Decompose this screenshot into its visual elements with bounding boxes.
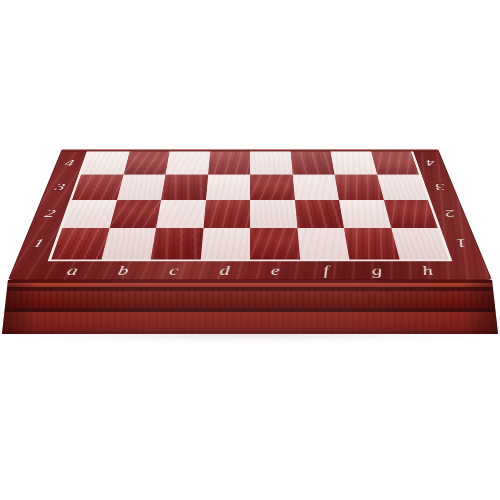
- square-b3[interactable]: [117, 174, 166, 199]
- file-label: g: [370, 264, 383, 277]
- square-f3[interactable]: [292, 174, 339, 199]
- rank-label: 4: [424, 158, 436, 167]
- file-label: e: [271, 264, 281, 277]
- case-base-side: [2, 312, 498, 331]
- board-top-face: 4321 4321 abcdefgh: [8, 149, 492, 280]
- rank-label: 4: [63, 158, 75, 167]
- square-b4[interactable]: [123, 151, 169, 174]
- floor-shadow: [14, 333, 486, 341]
- board-middle-row: 4321 4321: [16, 151, 485, 261]
- square-g3[interactable]: [334, 174, 383, 199]
- case-side: [2, 280, 498, 334]
- square-d3[interactable]: [206, 174, 250, 199]
- square-h3[interactable]: [377, 174, 428, 199]
- rank-label: 1: [454, 237, 469, 249]
- file-label-cell: e: [250, 261, 302, 280]
- square-h2[interactable]: [383, 200, 437, 228]
- square-e3[interactable]: [250, 174, 294, 199]
- board-perspective-wrapper: 4321 4321 abcdefgh: [8, 149, 492, 280]
- square-e2[interactable]: [250, 200, 297, 228]
- file-label-cell: g: [350, 261, 405, 280]
- file-label: a: [65, 264, 79, 277]
- rank-label: 3: [54, 182, 67, 192]
- file-label: h: [420, 264, 434, 277]
- file-label: f: [322, 264, 329, 277]
- chess-case-photo: 4321 4321 abcdefgh: [0, 0, 500, 500]
- square-d4[interactable]: [208, 151, 250, 174]
- square-h1[interactable]: [391, 228, 449, 260]
- square-h4[interactable]: [371, 151, 419, 174]
- file-label-cell: d: [199, 261, 251, 280]
- square-a2[interactable]: [62, 200, 116, 228]
- board-squares-grid: [48, 151, 453, 261]
- file-label: d: [219, 264, 230, 277]
- square-f1[interactable]: [297, 228, 349, 260]
- file-label-cell: a: [44, 261, 100, 280]
- rank-label: 1: [31, 237, 46, 249]
- square-f2[interactable]: [294, 200, 343, 228]
- file-label-cell: c: [147, 261, 200, 280]
- square-c3[interactable]: [161, 174, 208, 199]
- square-c4[interactable]: [166, 151, 210, 174]
- case-lid-side: [2, 291, 498, 308]
- square-d1[interactable]: [200, 228, 250, 260]
- file-label-cell: h: [400, 261, 456, 280]
- square-g4[interactable]: [330, 151, 376, 174]
- square-g2[interactable]: [339, 200, 391, 228]
- square-b2[interactable]: [109, 200, 161, 228]
- file-label-cell: b: [96, 261, 151, 280]
- square-b1[interactable]: [101, 228, 156, 260]
- rank-label: 2: [43, 208, 57, 219]
- rank-label: 2: [443, 208, 457, 219]
- square-g1[interactable]: [344, 228, 399, 260]
- file-label: c: [168, 264, 179, 277]
- file-labels-band: abcdefgh: [44, 261, 456, 280]
- square-a3[interactable]: [72, 174, 123, 199]
- square-a4[interactable]: [81, 151, 129, 174]
- square-c1[interactable]: [151, 228, 203, 260]
- square-c2[interactable]: [156, 200, 205, 228]
- file-label: b: [117, 264, 130, 277]
- square-a1[interactable]: [51, 228, 109, 260]
- square-d2[interactable]: [203, 200, 250, 228]
- rank-label: 3: [433, 182, 446, 192]
- square-e4[interactable]: [250, 151, 292, 174]
- file-label-cell: f: [300, 261, 353, 280]
- square-f4[interactable]: [290, 151, 334, 174]
- square-e1[interactable]: [250, 228, 300, 260]
